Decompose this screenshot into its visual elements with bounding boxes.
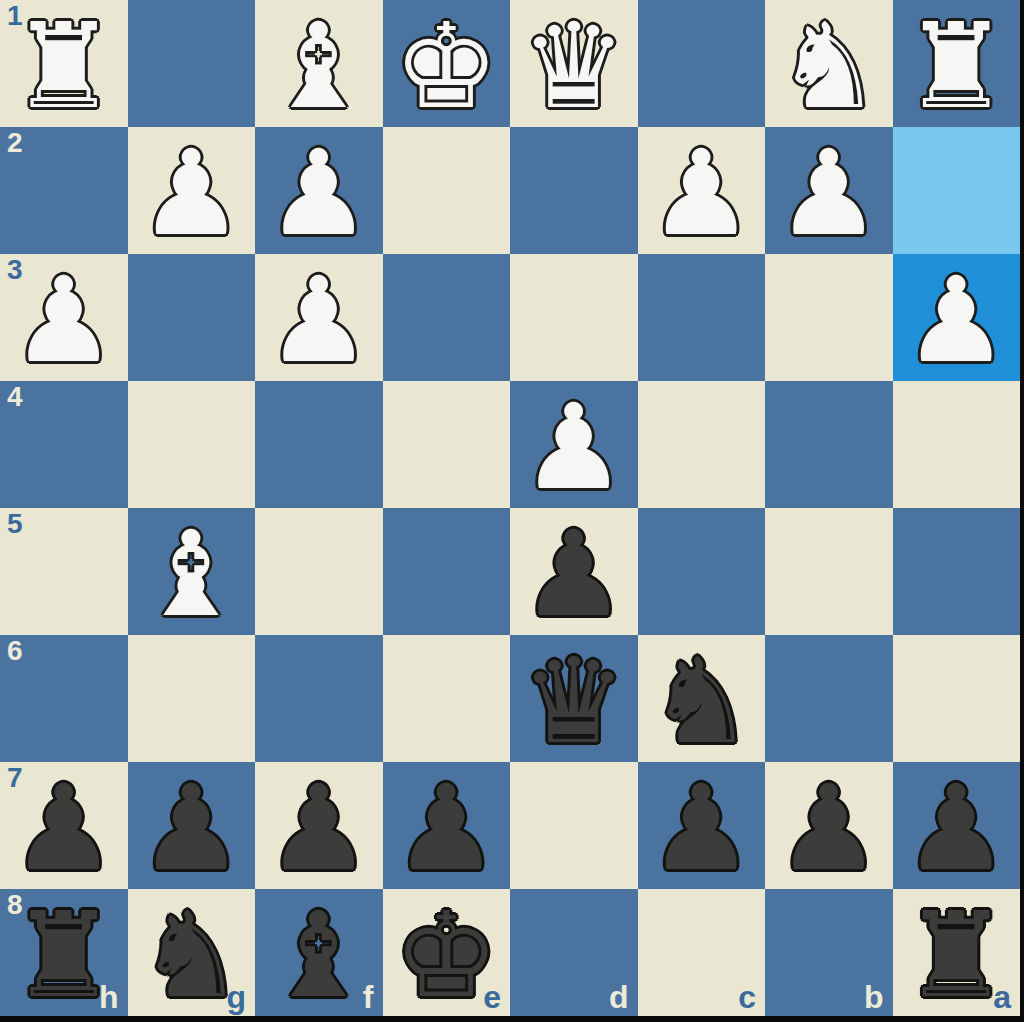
square-b2[interactable]: ♟ <box>765 127 893 254</box>
square-c6[interactable]: ♞ <box>638 635 766 762</box>
page: { "game": "chess", "orientation": "black… <box>0 0 1024 1022</box>
white-pawn-b2[interactable]: ♟ <box>776 134 882 252</box>
square-b7[interactable]: ♟ <box>765 762 893 889</box>
black-rook-a8[interactable]: ♜ <box>903 896 1009 1014</box>
black-pawn-d5[interactable]: ♟ <box>521 515 627 633</box>
square-d4[interactable]: ♟ <box>510 381 638 508</box>
square-e2[interactable] <box>383 127 511 254</box>
black-rook-h8[interactable]: ♜ <box>11 896 117 1014</box>
square-f3[interactable]: ♟ <box>255 254 383 381</box>
square-e6[interactable] <box>383 635 511 762</box>
square-h5[interactable]: 5 <box>0 508 128 635</box>
square-b5[interactable] <box>765 508 893 635</box>
black-pawn-b7[interactable]: ♟ <box>776 769 882 887</box>
white-bishop-g5[interactable]: ♝ <box>138 515 244 633</box>
square-c1[interactable] <box>638 0 766 127</box>
square-e5[interactable] <box>383 508 511 635</box>
white-pawn-c2[interactable]: ♟ <box>648 134 754 252</box>
square-b4[interactable] <box>765 381 893 508</box>
file-label-b: b <box>864 979 884 1016</box>
square-a1[interactable]: ♜ <box>893 0 1021 127</box>
file-label-c: c <box>738 979 756 1016</box>
square-a3[interactable]: ♟ <box>893 254 1021 381</box>
square-e1[interactable]: ♚ <box>383 0 511 127</box>
square-d7[interactable] <box>510 762 638 889</box>
black-pawn-e7[interactable]: ♟ <box>393 769 499 887</box>
square-e4[interactable] <box>383 381 511 508</box>
white-pawn-g2[interactable]: ♟ <box>138 134 244 252</box>
square-b3[interactable] <box>765 254 893 381</box>
square-b6[interactable] <box>765 635 893 762</box>
square-g6[interactable] <box>128 635 256 762</box>
square-g7[interactable]: ♟ <box>128 762 256 889</box>
square-d3[interactable] <box>510 254 638 381</box>
black-queen-d6[interactable]: ♛ <box>521 642 627 760</box>
square-h4[interactable]: 4 <box>0 381 128 508</box>
rank-label-6: 6 <box>7 635 23 667</box>
square-g8[interactable]: g♞ <box>128 889 256 1016</box>
square-g3[interactable] <box>128 254 256 381</box>
black-pawn-f7[interactable]: ♟ <box>266 769 372 887</box>
square-g1[interactable] <box>128 0 256 127</box>
square-d1[interactable]: ♛ <box>510 0 638 127</box>
rank-label-2: 2 <box>7 127 23 159</box>
white-pawn-f3[interactable]: ♟ <box>266 261 372 379</box>
white-pawn-h3[interactable]: ♟ <box>11 261 117 379</box>
square-d5[interactable]: ♟ <box>510 508 638 635</box>
square-a8[interactable]: a♜ <box>893 889 1021 1016</box>
square-f7[interactable]: ♟ <box>255 762 383 889</box>
square-f6[interactable] <box>255 635 383 762</box>
square-d2[interactable] <box>510 127 638 254</box>
square-g4[interactable] <box>128 381 256 508</box>
square-f1[interactable]: ♝ <box>255 0 383 127</box>
square-f5[interactable] <box>255 508 383 635</box>
black-pawn-a7[interactable]: ♟ <box>903 769 1009 887</box>
chess-board: 1♜♝♚♛♞♜2♟♟♟♟3♟♟♟4♟5♝♟6♛♞7♟♟♟♟♟♟♟8h♜g♞f♝e… <box>0 0 1020 1016</box>
square-a6[interactable] <box>893 635 1021 762</box>
square-h1[interactable]: 1♜ <box>0 0 128 127</box>
square-d8[interactable]: d <box>510 889 638 1016</box>
black-pawn-g7[interactable]: ♟ <box>138 769 244 887</box>
square-c3[interactable] <box>638 254 766 381</box>
black-knight-c6[interactable]: ♞ <box>648 642 754 760</box>
square-g5[interactable]: ♝ <box>128 508 256 635</box>
white-rook-a1[interactable]: ♜ <box>903 7 1009 125</box>
white-pawn-f2[interactable]: ♟ <box>266 134 372 252</box>
square-d6[interactable]: ♛ <box>510 635 638 762</box>
rank-label-5: 5 <box>7 508 23 540</box>
square-h6[interactable]: 6 <box>0 635 128 762</box>
square-e8[interactable]: e♚ <box>383 889 511 1016</box>
square-h2[interactable]: 2 <box>0 127 128 254</box>
black-king-e8[interactable]: ♚ <box>393 896 499 1014</box>
square-c8[interactable]: c <box>638 889 766 1016</box>
square-a5[interactable] <box>893 508 1021 635</box>
file-label-d: d <box>609 979 629 1016</box>
white-queen-d1[interactable]: ♛ <box>521 7 627 125</box>
square-f8[interactable]: f♝ <box>255 889 383 1016</box>
square-h3[interactable]: 3♟ <box>0 254 128 381</box>
white-bishop-f1[interactable]: ♝ <box>266 7 372 125</box>
square-c5[interactable] <box>638 508 766 635</box>
square-a7[interactable]: ♟ <box>893 762 1021 889</box>
white-rook-h1[interactable]: ♜ <box>11 7 117 125</box>
square-e3[interactable] <box>383 254 511 381</box>
black-pawn-h7[interactable]: ♟ <box>11 769 117 887</box>
white-pawn-a3[interactable]: ♟ <box>903 261 1009 379</box>
square-a4[interactable] <box>893 381 1021 508</box>
square-c7[interactable]: ♟ <box>638 762 766 889</box>
white-pawn-d4[interactable]: ♟ <box>521 388 627 506</box>
black-knight-g8[interactable]: ♞ <box>138 896 244 1014</box>
square-a2[interactable] <box>893 127 1021 254</box>
square-b8[interactable]: b <box>765 889 893 1016</box>
black-bishop-f8[interactable]: ♝ <box>266 896 372 1014</box>
square-f2[interactable]: ♟ <box>255 127 383 254</box>
square-h7[interactable]: 7♟ <box>0 762 128 889</box>
square-e7[interactable]: ♟ <box>383 762 511 889</box>
square-g2[interactable]: ♟ <box>128 127 256 254</box>
square-c4[interactable] <box>638 381 766 508</box>
square-b1[interactable]: ♞ <box>765 0 893 127</box>
white-king-e1[interactable]: ♚ <box>393 7 499 125</box>
white-knight-b1[interactable]: ♞ <box>776 7 882 125</box>
square-f4[interactable] <box>255 381 383 508</box>
rank-label-4: 4 <box>7 381 23 413</box>
square-h8[interactable]: 8h♜ <box>0 889 128 1016</box>
square-c2[interactable]: ♟ <box>638 127 766 254</box>
black-pawn-c7[interactable]: ♟ <box>648 769 754 887</box>
